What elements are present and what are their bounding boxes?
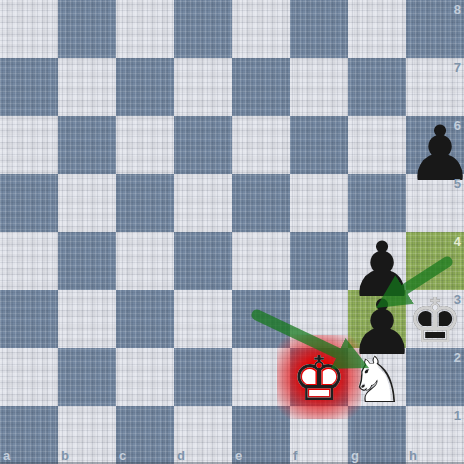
square-e3[interactable] (232, 290, 290, 348)
square-f1[interactable] (290, 406, 348, 464)
square-b5[interactable] (58, 174, 116, 232)
square-a1[interactable] (0, 406, 58, 464)
white-king-detail: ♔ (291, 348, 347, 410)
square-h8[interactable] (406, 0, 464, 58)
square-c4[interactable] (116, 232, 174, 290)
square-g6[interactable] (348, 116, 406, 174)
square-d1[interactable] (174, 406, 232, 464)
square-f6[interactable] (290, 116, 348, 174)
square-g7[interactable] (348, 58, 406, 116)
square-a2[interactable] (0, 348, 58, 406)
chess-board: ♟♟♟♚♔♚♔♞♘ abcdefgh12345678 (0, 0, 464, 464)
square-c3[interactable] (116, 290, 174, 348)
square-a8[interactable] (0, 0, 58, 58)
square-d8[interactable] (174, 0, 232, 58)
square-b1[interactable] (58, 406, 116, 464)
piece-black-pawn-g4[interactable]: ♟ (348, 232, 406, 290)
square-b7[interactable] (58, 58, 116, 116)
square-b8[interactable] (58, 0, 116, 58)
white-king-glyph: ♚ (291, 348, 347, 410)
square-a6[interactable] (0, 116, 58, 174)
black-king-detail: ♔ (407, 290, 463, 352)
square-c5[interactable] (116, 174, 174, 232)
square-e1[interactable] (232, 406, 290, 464)
square-f5[interactable] (290, 174, 348, 232)
square-e8[interactable] (232, 0, 290, 58)
piece-black-pawn-g3[interactable]: ♟ (348, 290, 406, 348)
square-d2[interactable] (174, 348, 232, 406)
square-f4[interactable] (290, 232, 348, 290)
square-f8[interactable] (290, 0, 348, 58)
square-c6[interactable] (116, 116, 174, 174)
square-b2[interactable] (58, 348, 116, 406)
piece-white-king-f2[interactable]: ♚♔ (290, 348, 348, 406)
white-knight-detail: ♘ (348, 348, 405, 412)
square-d6[interactable] (174, 116, 232, 174)
square-a5[interactable] (0, 174, 58, 232)
square-b6[interactable] (58, 116, 116, 174)
square-h4[interactable] (406, 232, 464, 290)
square-h2[interactable] (406, 348, 464, 406)
square-g5[interactable] (348, 174, 406, 232)
square-c7[interactable] (116, 58, 174, 116)
piece-black-pawn-h6[interactable]: ♟ (406, 116, 464, 174)
black-king-glyph: ♚ (407, 290, 463, 352)
square-c8[interactable] (116, 0, 174, 58)
square-d3[interactable] (174, 290, 232, 348)
square-c1[interactable] (116, 406, 174, 464)
piece-white-knight-g2[interactable]: ♞♘ (348, 348, 406, 406)
square-e5[interactable] (232, 174, 290, 232)
square-a4[interactable] (0, 232, 58, 290)
white-knight-glyph: ♞ (348, 348, 405, 412)
square-b4[interactable] (58, 232, 116, 290)
square-d7[interactable] (174, 58, 232, 116)
square-b3[interactable] (58, 290, 116, 348)
square-h5[interactable] (406, 174, 464, 232)
square-c2[interactable] (116, 348, 174, 406)
square-h1[interactable] (406, 406, 464, 464)
square-a3[interactable] (0, 290, 58, 348)
square-d4[interactable] (174, 232, 232, 290)
square-e2[interactable] (232, 348, 290, 406)
square-e4[interactable] (232, 232, 290, 290)
square-f7[interactable] (290, 58, 348, 116)
square-g1[interactable] (348, 406, 406, 464)
square-f3[interactable] (290, 290, 348, 348)
square-d5[interactable] (174, 174, 232, 232)
square-h7[interactable] (406, 58, 464, 116)
square-e7[interactable] (232, 58, 290, 116)
square-e6[interactable] (232, 116, 290, 174)
piece-black-king-h3[interactable]: ♚♔ (406, 290, 464, 348)
square-g8[interactable] (348, 0, 406, 58)
square-a7[interactable] (0, 58, 58, 116)
